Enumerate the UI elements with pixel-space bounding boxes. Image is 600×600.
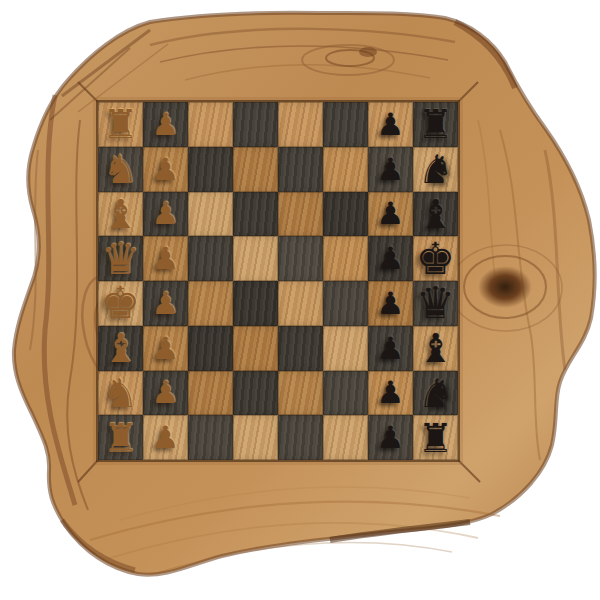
white-bishop[interactable]: ♝ — [103, 194, 139, 234]
black-rook[interactable]: ♜ — [418, 104, 454, 144]
square-r7c5[interactable] — [278, 371, 323, 416]
black-king[interactable]: ♚ — [416, 237, 455, 281]
square-r5c8[interactable]: ♛ — [413, 281, 458, 326]
white-rook[interactable]: ♜ — [103, 418, 139, 458]
white-pawn[interactable]: ♟ — [152, 422, 180, 453]
square-r8c5[interactable] — [278, 415, 323, 460]
square-r7c7[interactable]: ♟ — [368, 371, 413, 416]
square-r6c6[interactable] — [323, 326, 368, 371]
square-r8c7[interactable]: ♟ — [368, 415, 413, 460]
square-r5c5[interactable] — [278, 281, 323, 326]
square-r2c5[interactable] — [278, 147, 323, 192]
white-knight[interactable]: ♞ — [103, 149, 139, 189]
square-r5c3[interactable] — [188, 281, 233, 326]
white-king[interactable]: ♚ — [101, 281, 140, 325]
white-pawn[interactable]: ♟ — [152, 333, 180, 364]
black-rook[interactable]: ♜ — [418, 418, 454, 458]
square-r6c1[interactable]: ♝ — [98, 326, 143, 371]
black-knight[interactable]: ♞ — [418, 149, 454, 189]
square-r5c1[interactable]: ♚ — [98, 281, 143, 326]
square-r7c4[interactable] — [233, 371, 278, 416]
square-r4c8[interactable]: ♚ — [413, 236, 458, 281]
square-r7c3[interactable] — [188, 371, 233, 416]
white-bishop[interactable]: ♝ — [103, 328, 139, 368]
white-pawn[interactable]: ♟ — [152, 377, 180, 408]
square-r7c2[interactable]: ♟ — [143, 371, 188, 416]
black-pawn[interactable]: ♟ — [377, 377, 405, 408]
square-r1c5[interactable] — [278, 102, 323, 147]
square-r4c6[interactable] — [323, 236, 368, 281]
square-r5c7[interactable]: ♟ — [368, 281, 413, 326]
square-r1c1[interactable]: ♜ — [98, 102, 143, 147]
square-r1c2[interactable]: ♟ — [143, 102, 188, 147]
black-knight[interactable]: ♞ — [418, 373, 454, 413]
chess-scene: ♜♟♟♜♞♟♟♞♝♟♟♝♛♟♟♚♚♟♟♛♝♟♟♝♞♟♟♞♜♟♟♜ — [0, 0, 600, 600]
square-r3c4[interactable] — [233, 192, 278, 237]
square-r3c5[interactable] — [278, 192, 323, 237]
black-pawn[interactable]: ♟ — [377, 288, 405, 319]
square-r1c3[interactable] — [188, 102, 233, 147]
square-r6c4[interactable] — [233, 326, 278, 371]
black-bishop[interactable]: ♝ — [418, 328, 454, 368]
square-r2c7[interactable]: ♟ — [368, 147, 413, 192]
square-r3c3[interactable] — [188, 192, 233, 237]
square-r2c3[interactable] — [188, 147, 233, 192]
square-r1c4[interactable] — [233, 102, 278, 147]
square-r2c8[interactable]: ♞ — [413, 147, 458, 192]
square-r3c2[interactable]: ♟ — [143, 192, 188, 237]
square-r8c1[interactable]: ♜ — [98, 415, 143, 460]
square-r2c6[interactable] — [323, 147, 368, 192]
white-knight[interactable]: ♞ — [103, 373, 139, 413]
square-r4c1[interactable]: ♛ — [98, 236, 143, 281]
square-r8c2[interactable]: ♟ — [143, 415, 188, 460]
square-r6c2[interactable]: ♟ — [143, 326, 188, 371]
square-r1c7[interactable]: ♟ — [368, 102, 413, 147]
white-queen[interactable]: ♛ — [101, 237, 140, 281]
square-r7c8[interactable]: ♞ — [413, 371, 458, 416]
square-r2c2[interactable]: ♟ — [143, 147, 188, 192]
square-r2c4[interactable] — [233, 147, 278, 192]
square-r8c4[interactable] — [233, 415, 278, 460]
square-r5c4[interactable] — [233, 281, 278, 326]
white-pawn[interactable]: ♟ — [152, 109, 180, 140]
square-r5c2[interactable]: ♟ — [143, 281, 188, 326]
black-pawn[interactable]: ♟ — [377, 422, 405, 453]
black-queen[interactable]: ♛ — [416, 281, 455, 325]
square-r7c6[interactable] — [323, 371, 368, 416]
square-r6c8[interactable]: ♝ — [413, 326, 458, 371]
square-r4c3[interactable] — [188, 236, 233, 281]
square-r3c6[interactable] — [323, 192, 368, 237]
square-r6c5[interactable] — [278, 326, 323, 371]
square-r4c2[interactable]: ♟ — [143, 236, 188, 281]
white-pawn[interactable]: ♟ — [152, 198, 180, 229]
wood-knot — [478, 266, 532, 308]
square-r4c4[interactable] — [233, 236, 278, 281]
black-pawn[interactable]: ♟ — [377, 198, 405, 229]
square-r3c7[interactable]: ♟ — [368, 192, 413, 237]
square-r7c1[interactable]: ♞ — [98, 371, 143, 416]
square-r8c6[interactable] — [323, 415, 368, 460]
white-pawn[interactable]: ♟ — [152, 288, 180, 319]
black-pawn[interactable]: ♟ — [377, 154, 405, 185]
square-r1c8[interactable]: ♜ — [413, 102, 458, 147]
square-r2c1[interactable]: ♞ — [98, 147, 143, 192]
white-pawn[interactable]: ♟ — [152, 243, 180, 274]
white-rook[interactable]: ♜ — [103, 104, 139, 144]
square-r6c7[interactable]: ♟ — [368, 326, 413, 371]
square-r8c8[interactable]: ♜ — [413, 415, 458, 460]
black-pawn[interactable]: ♟ — [377, 333, 405, 364]
square-r4c7[interactable]: ♟ — [368, 236, 413, 281]
square-r5c6[interactable] — [323, 281, 368, 326]
black-bishop[interactable]: ♝ — [418, 194, 454, 234]
white-pawn[interactable]: ♟ — [152, 154, 180, 185]
square-r3c1[interactable]: ♝ — [98, 192, 143, 237]
chess-board: ♜♟♟♜♞♟♟♞♝♟♟♝♛♟♟♚♚♟♟♛♝♟♟♝♞♟♟♞♜♟♟♜ — [98, 102, 458, 460]
black-pawn[interactable]: ♟ — [377, 109, 405, 140]
square-r4c5[interactable] — [278, 236, 323, 281]
square-r8c3[interactable] — [188, 415, 233, 460]
square-r3c8[interactable]: ♝ — [413, 192, 458, 237]
square-r6c3[interactable] — [188, 326, 233, 371]
black-pawn[interactable]: ♟ — [377, 243, 405, 274]
square-r1c6[interactable] — [323, 102, 368, 147]
